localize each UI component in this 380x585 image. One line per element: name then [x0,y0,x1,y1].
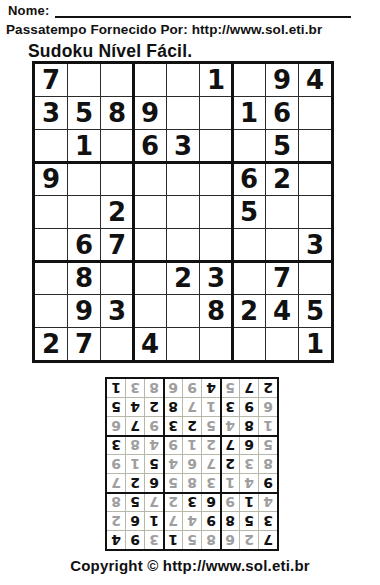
puzzle-cell[interactable] [134,229,166,261]
solution-cell: 5 [164,474,182,492]
solution-cell: 8 [145,379,163,397]
solution-cell: 6 [126,512,144,530]
puzzle-cell[interactable]: 1 [200,64,232,96]
solution-cell: 9 [164,436,182,454]
solution-cell: 1 [202,398,220,416]
puzzle-cell[interactable]: 2 [35,328,67,360]
puzzle-cell[interactable]: 7 [68,328,100,360]
name-underline [55,2,351,18]
solution-cell: 6 [240,436,258,454]
worksheet-page: Nome: Passatempo Fornecido Por: http://w… [0,0,380,585]
solution-cell: 4 [164,455,182,473]
solution-cell: 8 [221,512,239,530]
puzzle-cell[interactable]: 8 [200,295,232,327]
puzzle-cell[interactable]: 2 [233,295,265,327]
solution-cell: 3 [107,436,125,454]
puzzle-cell[interactable] [200,196,232,228]
solution-cell: 6 [183,455,201,473]
puzzle-cell[interactable]: 4 [299,64,331,96]
box-separator [231,64,234,360]
solution-cell: 8 [183,474,201,492]
solution-cell: 1 [240,493,258,511]
box-separator [35,260,331,263]
solution-cell: 3 [183,493,201,511]
solution-cell: 4 [145,436,163,454]
puzzle-cell[interactable]: 7 [101,229,133,261]
solution-cell: 2 [221,455,239,473]
puzzle-cell[interactable] [233,64,265,96]
solution-cell: 9 [126,531,144,549]
puzzle-cell[interactable] [233,328,265,360]
solution-cell: 9 [240,398,258,416]
puzzle-cell[interactable]: 4 [266,295,298,327]
solution-cell: 9 [183,379,201,397]
puzzle-cell[interactable]: 1 [299,328,331,360]
solution-cell: 2 [164,493,182,511]
solution-cell: 8 [240,417,258,435]
puzzle-cell[interactable] [200,229,232,261]
solution-cell: 8 [107,493,125,511]
solution-cell: 1 [164,531,182,549]
solution-cell: 7 [183,398,201,416]
solution-cell: 7 [240,379,258,397]
puzzle-cell[interactable] [101,130,133,162]
solution-cell: 7 [221,436,239,454]
puzzle-cell[interactable] [233,229,265,261]
solution-cell: 5 [183,531,201,549]
provider-line: Passatempo Fornecido Por: http://www.sol… [6,22,322,37]
puzzle-cell[interactable]: 6 [68,229,100,261]
solution-cell: 7 [145,493,163,511]
solution-cell: 4 [183,512,201,530]
solution-cell: 1 [221,474,239,492]
sudoku-solution-grid-rotated: 7268513943589471624196327589413856278327… [105,377,279,551]
solution-cell: 3 [202,474,220,492]
solution-cell: 9 [221,493,239,511]
box-separator [35,161,331,164]
solution-cell: 4 [221,417,239,435]
puzzle-cell[interactable] [233,262,265,294]
solution-cell: 7 [259,531,277,549]
solution-cell: 8 [164,398,182,416]
solution-cell: 4 [202,379,220,397]
solution-cell: 1 [145,512,163,530]
solution-cell: 4 [107,531,125,549]
solution-cell: 3 [126,379,144,397]
puzzle-cell[interactable] [167,64,199,96]
name-label: Nome: [8,3,49,18]
puzzle-cell[interactable] [266,328,298,360]
solution-cell: 2 [126,474,144,492]
puzzle-cell[interactable] [68,196,100,228]
box-separator [220,379,222,549]
box-separator [107,492,277,494]
puzzle-cell[interactable] [266,196,298,228]
puzzle-cell[interactable]: 3 [200,262,232,294]
puzzle-cell[interactable] [299,196,331,228]
solution-cell: 8 [259,455,277,473]
puzzle-cell[interactable] [299,262,331,294]
puzzle-cell[interactable]: 2 [167,262,199,294]
solution-cell: 5 [259,436,277,454]
solution-cell: 1 [107,379,125,397]
puzzle-cell[interactable]: 7 [266,262,298,294]
puzzle-cell[interactable] [299,130,331,162]
puzzle-cell[interactable]: 1 [233,97,265,129]
page-title: Sudoku Nível Fácil. [28,41,192,62]
solution-cell: 7 [126,417,144,435]
puzzle-cell[interactable] [134,196,166,228]
solution-cell: 1 [126,455,144,473]
solution-cell: 5 [221,379,239,397]
puzzle-cell[interactable]: 9 [68,295,100,327]
solution-cell: 3 [240,455,258,473]
puzzle-cell[interactable]: 6 [266,97,298,129]
puzzle-cell[interactable] [299,97,331,129]
solution-cell: 5 [126,493,144,511]
solution-cell: 7 [202,455,220,473]
puzzle-cell[interactable] [200,97,232,129]
puzzle-cell[interactable]: 3 [299,229,331,261]
puzzle-cell[interactable]: 2 [101,196,133,228]
solution-cell: 9 [202,512,220,530]
solution-cell: 2 [183,417,201,435]
solution-cell: 2 [259,379,277,397]
puzzle-cell[interactable] [167,295,199,327]
solution-cell: 2 [240,531,258,549]
puzzle-cell[interactable]: 9 [134,97,166,129]
solution-cell: 1 [183,436,201,454]
solution-cell: 8 [202,531,220,549]
puzzle-cell[interactable]: 2 [266,163,298,195]
puzzle-cell[interactable] [299,163,331,195]
solution-cell: 6 [107,417,125,435]
puzzle-cell[interactable]: 1 [68,130,100,162]
copyright-line: Copyright © http://www.sol.eti.br [0,557,380,574]
puzzle-cell[interactable] [68,64,100,96]
solution-cell: 9 [107,455,125,473]
puzzle-cell[interactable] [134,262,166,294]
sudoku-puzzle-grid: 719435891616359622567382379382452741 [32,61,334,363]
solution-cell: 7 [164,512,182,530]
puzzle-cell[interactable] [167,163,199,195]
puzzle-cell[interactable] [35,262,67,294]
puzzle-cell[interactable]: 3 [35,97,67,129]
solution-cell: 6 [221,531,239,549]
puzzle-cell[interactable] [101,328,133,360]
box-separator [107,435,277,437]
box-separator [132,64,135,360]
puzzle-cell[interactable] [167,229,199,261]
puzzle-cell[interactable]: 9 [266,64,298,96]
solution-cell: 3 [259,512,277,530]
solution-cell: 6 [202,493,220,511]
puzzle-cell[interactable] [134,163,166,195]
puzzle-cell[interactable] [134,64,166,96]
puzzle-cell[interactable] [35,130,67,162]
solution-cell: 6 [259,398,277,416]
puzzle-cell[interactable] [233,130,265,162]
puzzle-cell[interactable]: 6 [233,163,265,195]
puzzle-cell[interactable]: 3 [101,295,133,327]
puzzle-cell[interactable] [167,328,199,360]
puzzle-cell[interactable]: 8 [101,97,133,129]
puzzle-cell[interactable]: 6 [134,130,166,162]
puzzle-cell[interactable]: 4 [134,328,166,360]
puzzle-cell[interactable] [101,64,133,96]
solution-cell: 5 [202,417,220,435]
solution-cell: 3 [145,531,163,549]
puzzle-cell[interactable]: 5 [299,295,331,327]
solution-cell: 6 [145,474,163,492]
puzzle-cell[interactable]: 8 [68,262,100,294]
solution-cell: 9 [259,474,277,492]
puzzle-cell[interactable] [134,295,166,327]
puzzle-cell[interactable] [200,163,232,195]
puzzle-cell[interactable]: 3 [167,130,199,162]
box-separator [163,379,165,549]
puzzle-cell[interactable] [200,328,232,360]
solution-cell: 6 [164,379,182,397]
solution-cell: 7 [107,474,125,492]
puzzle-cell[interactable] [35,295,67,327]
puzzle-cell[interactable] [68,163,100,195]
puzzle-cell[interactable] [200,130,232,162]
puzzle-cell[interactable] [167,97,199,129]
puzzle-cell[interactable] [266,229,298,261]
solution-cell: 8 [126,436,144,454]
solution-cell: 3 [221,398,239,416]
solution-cell: 4 [126,398,144,416]
solution-cell: 4 [259,493,277,511]
puzzle-cell[interactable] [101,262,133,294]
solution-cell: 3 [164,417,182,435]
puzzle-cell[interactable] [35,229,67,261]
solution-cell: 5 [145,455,163,473]
solution-cell: 5 [107,398,125,416]
puzzle-cell[interactable]: 7 [35,64,67,96]
puzzle-cell[interactable] [35,196,67,228]
puzzle-cell[interactable] [101,163,133,195]
solution-cell: 2 [202,436,220,454]
solution-cell: 1 [259,417,277,435]
solution-cell: 5 [240,512,258,530]
solution-cell: 9 [145,417,163,435]
puzzle-cell[interactable]: 5 [68,97,100,129]
solution-cell: 2 [107,512,125,530]
puzzle-cell[interactable]: 5 [233,196,265,228]
puzzle-cell[interactable]: 5 [266,130,298,162]
puzzle-cell[interactable]: 9 [35,163,67,195]
solution-cell: 2 [145,398,163,416]
puzzle-cell[interactable] [167,196,199,228]
solution-cell: 4 [240,474,258,492]
